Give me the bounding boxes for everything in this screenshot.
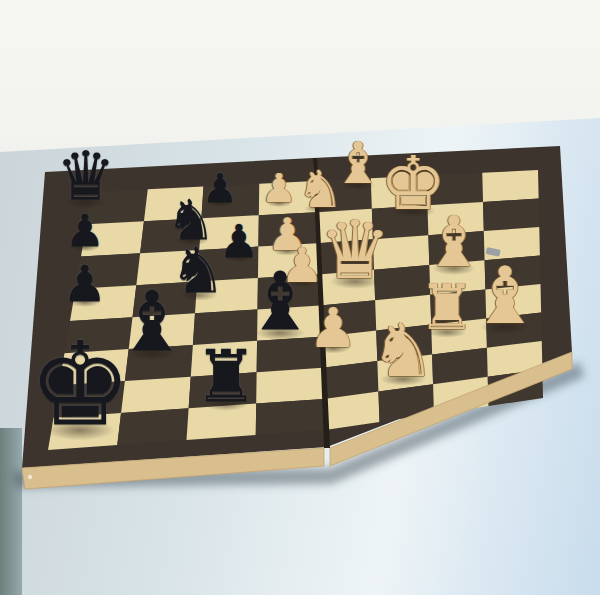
square-a1[interactable] — [482, 170, 538, 202]
piece-white-bishop-f1[interactable]: ♝ — [470, 257, 541, 336]
piece-white-knight-g3[interactable]: ♞ — [370, 314, 436, 388]
piece-white-pawn-a5[interactable]: ♟ — [261, 169, 297, 209]
piece-black-pawn-b8[interactable]: ♟ — [65, 209, 105, 253]
piece-black-rook-h6[interactable]: ♜ — [194, 341, 258, 413]
square-g5[interactable] — [256, 368, 324, 404]
piece-black-king-h8[interactable]: ♚ — [28, 327, 131, 442]
piece-black-queen-a8[interactable]: ♛ — [56, 143, 116, 210]
photo-scene: ♝♛♟♟♞♚♞♟♟♟♝♛♟♞♟♝♜♝♟♝♞♜♚ — [0, 0, 600, 595]
square-h5[interactable] — [256, 399, 325, 435]
piece-white-pawn-f4[interactable]: ♟ — [308, 301, 357, 356]
square-b1[interactable] — [483, 199, 539, 232]
piece-white-queen-d4[interactable]: ♛ — [319, 210, 391, 291]
piece-black-bishop-f5[interactable]: ♝ — [244, 262, 316, 342]
corner-screw — [28, 475, 32, 479]
piece-black-pawn-d8[interactable]: ♟ — [63, 259, 108, 309]
